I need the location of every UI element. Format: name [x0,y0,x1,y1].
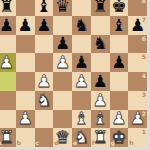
piece-black-bishop[interactable]: ♝ [110,16,129,35]
square-h3[interactable]: 3 [128,91,147,110]
square-f8[interactable]: ♜ [91,0,110,16]
square-b4[interactable] [16,72,35,91]
square-g4[interactable] [110,72,129,91]
square-g8[interactable]: ♚ [110,0,129,16]
square-b8[interactable] [16,0,35,16]
square-c5[interactable] [35,53,54,72]
square-d6[interactable]: ♟ [53,35,72,54]
piece-white-pawn[interactable]: ♟ [0,53,16,72]
square-a7[interactable]: ♟ [0,16,16,35]
square-e6[interactable] [72,35,91,54]
square-c1[interactable]: c [35,128,54,147]
file-label-h: h [129,140,133,146]
piece-white-pawn[interactable]: ♟ [91,91,110,110]
square-b3[interactable] [16,91,35,110]
piece-white-queen[interactable]: ♛ [53,128,72,147]
square-e5[interactable]: ♟ [72,53,91,72]
piece-black-pawn[interactable]: ♟ [110,53,129,72]
square-d3[interactable] [53,91,72,110]
square-g3[interactable] [110,91,129,110]
piece-white-bishop[interactable]: ♝ [91,110,110,129]
square-d4[interactable] [53,72,72,91]
rank-label-1: 1 [142,129,146,135]
piece-white-king[interactable]: ♚ [110,128,129,147]
square-a3[interactable] [0,91,16,110]
square-d8[interactable]: ♛ [53,0,72,16]
piece-white-knight[interactable]: ♞ [72,128,91,147]
page: { "game": "chess", "app": { "page_backgr… [0,0,150,150]
square-b7[interactable]: ♟ [16,16,35,35]
square-e8[interactable] [72,0,91,16]
square-f2[interactable]: ♝ [91,110,110,129]
piece-black-queen[interactable]: ♛ [53,0,72,16]
square-c4[interactable]: ♟ [35,72,54,91]
rank-label-5: 5 [142,54,146,60]
square-a5[interactable]: ♟ [0,53,16,72]
square-d1[interactable]: d♛ [53,128,72,147]
square-h4[interactable]: 4 [128,72,147,91]
square-e4[interactable]: ♟ [72,72,91,91]
piece-white-bishop[interactable]: ♝ [72,110,91,129]
file-label-c: c [36,140,40,146]
piece-white-pawn[interactable]: ♟ [53,53,72,72]
square-e1[interactable]: e♞ [72,128,91,147]
piece-black-king[interactable]: ♚ [110,0,129,16]
square-f3[interactable]: ♟ [91,91,110,110]
square-b1[interactable]: b [16,128,35,147]
piece-white-knight[interactable]: ♞ [35,91,54,110]
piece-black-pawn[interactable]: ♟ [0,16,16,35]
square-h2[interactable]: 2♟ [128,110,147,129]
square-b2[interactable]: ♟ [16,110,35,129]
square-a8[interactable]: ♜ [0,0,16,16]
square-g6[interactable] [110,35,129,54]
piece-black-knight[interactable]: ♞ [72,16,91,35]
piece-white-pawn[interactable]: ♟ [16,110,35,129]
square-d2[interactable] [53,110,72,129]
piece-white-pawn[interactable]: ♟ [35,72,54,91]
square-b6[interactable] [16,35,35,54]
piece-black-knight[interactable]: ♞ [91,35,110,54]
piece-black-pawn[interactable]: ♟ [53,35,72,54]
file-label-b: b [17,140,21,146]
square-c8[interactable]: ♝ [35,0,54,16]
rank-label-6: 6 [142,36,146,42]
piece-white-rook[interactable]: ♜ [0,128,16,147]
square-h1[interactable]: 1h [128,128,147,147]
piece-black-pawn[interactable]: ♟ [72,53,91,72]
square-c7[interactable]: ♟ [35,16,54,35]
square-c2[interactable] [35,110,54,129]
rank-label-8: 8 [142,0,146,4]
square-h8[interactable]: 8 [128,0,147,16]
square-d7[interactable] [53,16,72,35]
square-f7[interactable] [91,16,110,35]
piece-white-pawn[interactable]: ♟ [128,110,147,129]
piece-black-bishop[interactable]: ♝ [35,0,54,16]
square-f1[interactable]: f♜ [91,128,110,147]
square-e2[interactable]: ♝ [72,110,91,129]
square-d5[interactable]: ♟ [53,53,72,72]
piece-white-pawn[interactable]: ♟ [72,72,91,91]
square-e7[interactable]: ♞ [72,16,91,35]
square-e3[interactable] [72,91,91,110]
square-f5[interactable] [91,53,110,72]
piece-black-pawn[interactable]: ♟ [91,72,110,91]
square-f4[interactable]: ♟ [91,72,110,91]
piece-black-pawn[interactable]: ♟ [35,16,54,35]
square-h5[interactable]: 5 [128,53,147,72]
square-c3[interactable]: ♞ [35,91,54,110]
square-h7[interactable]: 7♟ [128,16,147,35]
piece-black-pawn[interactable]: ♟ [128,16,147,35]
square-f6[interactable]: ♞ [91,35,110,54]
rank-label-3: 3 [142,92,146,98]
square-g7[interactable]: ♝ [110,16,129,35]
piece-black-rook[interactable]: ♜ [91,0,110,16]
square-g2[interactable]: ♟ [110,110,129,129]
square-a1[interactable]: a♜ [0,128,16,147]
square-c6[interactable] [35,35,54,54]
square-a2[interactable] [0,110,16,129]
piece-black-rook[interactable]: ♜ [0,0,16,16]
square-h6[interactable]: 6 [128,35,147,54]
square-g1[interactable]: g♚ [110,128,129,147]
square-b5[interactable] [16,53,35,72]
chess-board: ♜♝♛♜♚8♟♟♟♞♝7♟♟♞6♟♟♟♟5♟♟♟4♞♟3♟♝♝♟2♟a♜bcd♛… [0,0,147,147]
square-a4[interactable] [0,72,16,91]
piece-white-rook[interactable]: ♜ [91,128,110,147]
square-a6[interactable] [0,35,16,54]
piece-black-pawn[interactable]: ♟ [16,16,35,35]
piece-white-pawn[interactable]: ♟ [110,110,129,129]
square-g5[interactable]: ♟ [110,53,129,72]
rank-label-4: 4 [142,73,146,79]
